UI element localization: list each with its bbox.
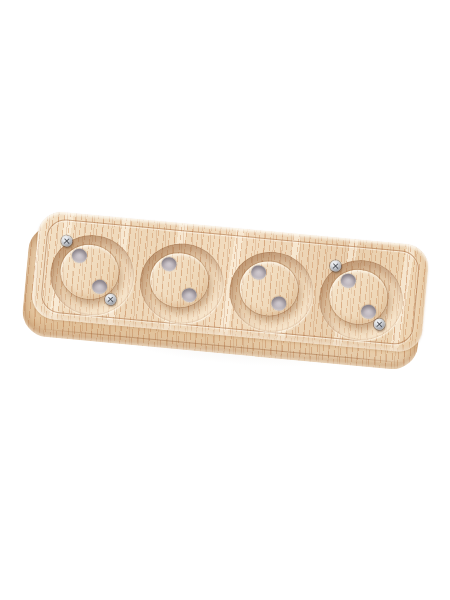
fixing-screw-top-left-1 xyxy=(61,235,73,247)
fixing-screw-top-left-4 xyxy=(330,260,342,272)
socket-block xyxy=(30,210,430,354)
fixing-screw-bottom-right-4 xyxy=(373,318,385,330)
socket-disc-4 xyxy=(327,267,390,326)
socket-disc-2 xyxy=(148,251,211,310)
socket-disc-3 xyxy=(237,259,300,318)
socket-disc-1 xyxy=(58,242,121,301)
fixing-screw-bottom-right-1 xyxy=(105,293,117,305)
product-photo-scene xyxy=(0,0,450,600)
